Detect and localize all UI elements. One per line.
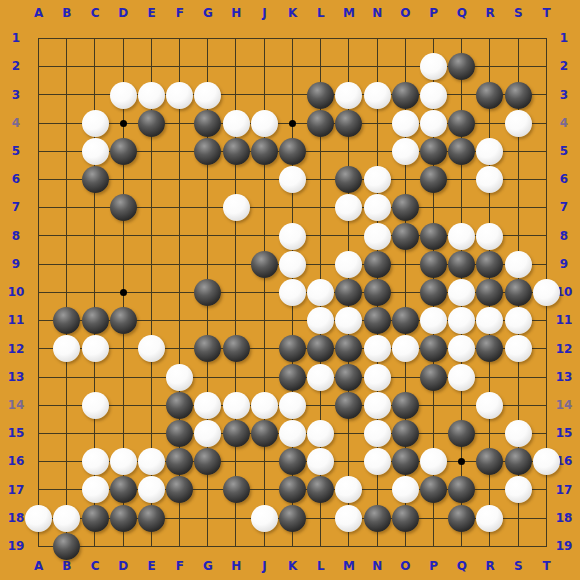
cell-T13[interactable] — [532, 363, 560, 391]
cell-S5[interactable] — [504, 137, 532, 165]
cell-A11[interactable] — [25, 307, 53, 335]
cell-N6[interactable] — [363, 166, 391, 194]
cell-D15[interactable] — [109, 419, 137, 447]
cell-G3[interactable] — [194, 81, 222, 109]
cell-K10[interactable] — [278, 278, 306, 306]
cell-R8[interactable] — [476, 222, 504, 250]
cell-T7[interactable] — [532, 194, 560, 222]
cell-A5[interactable] — [25, 137, 53, 165]
cell-G11[interactable] — [194, 307, 222, 335]
cell-N7[interactable] — [363, 194, 391, 222]
cell-H1[interactable] — [222, 25, 250, 53]
cell-J19[interactable] — [250, 532, 278, 560]
cell-T1[interactable] — [532, 25, 560, 53]
cell-K1[interactable] — [278, 25, 306, 53]
cell-C5[interactable] — [81, 137, 109, 165]
cell-Q16[interactable] — [448, 448, 476, 476]
cell-Q12[interactable] — [448, 335, 476, 363]
cell-A13[interactable] — [25, 363, 53, 391]
cell-L11[interactable] — [307, 307, 335, 335]
cell-M6[interactable] — [335, 166, 363, 194]
cell-P13[interactable] — [419, 363, 447, 391]
cell-S11[interactable] — [504, 307, 532, 335]
cell-D7[interactable] — [109, 194, 137, 222]
cell-P7[interactable] — [419, 194, 447, 222]
cell-R7[interactable] — [476, 194, 504, 222]
cell-F13[interactable] — [166, 363, 194, 391]
cell-L8[interactable] — [307, 222, 335, 250]
cell-G13[interactable] — [194, 363, 222, 391]
cell-H13[interactable] — [222, 363, 250, 391]
cell-G4[interactable] — [194, 109, 222, 137]
cell-F18[interactable] — [166, 504, 194, 532]
cell-R1[interactable] — [476, 25, 504, 53]
cell-S4[interactable] — [504, 109, 532, 137]
cell-O9[interactable] — [391, 250, 419, 278]
cell-O19[interactable] — [391, 532, 419, 560]
cell-K12[interactable] — [278, 335, 306, 363]
cell-N13[interactable] — [363, 363, 391, 391]
cell-B17[interactable] — [53, 476, 81, 504]
cell-G2[interactable] — [194, 53, 222, 81]
cell-N3[interactable] — [363, 81, 391, 109]
cell-R18[interactable] — [476, 504, 504, 532]
cell-B5[interactable] — [53, 137, 81, 165]
cell-L17[interactable] — [307, 476, 335, 504]
cell-G15[interactable] — [194, 419, 222, 447]
cell-S9[interactable] — [504, 250, 532, 278]
cell-M5[interactable] — [335, 137, 363, 165]
cell-F19[interactable] — [166, 532, 194, 560]
cell-N1[interactable] — [363, 25, 391, 53]
cell-F5[interactable] — [166, 137, 194, 165]
cell-A17[interactable] — [25, 476, 53, 504]
cell-C8[interactable] — [81, 222, 109, 250]
cell-S3[interactable] — [504, 81, 532, 109]
cell-P19[interactable] — [419, 532, 447, 560]
cell-H19[interactable] — [222, 532, 250, 560]
cell-A14[interactable] — [25, 391, 53, 419]
cell-L12[interactable] — [307, 335, 335, 363]
cell-A10[interactable] — [25, 278, 53, 306]
cell-N14[interactable] — [363, 391, 391, 419]
cell-J10[interactable] — [250, 278, 278, 306]
cell-O2[interactable] — [391, 53, 419, 81]
cell-G5[interactable] — [194, 137, 222, 165]
cell-M7[interactable] — [335, 194, 363, 222]
cell-M16[interactable] — [335, 448, 363, 476]
cell-P1[interactable] — [419, 25, 447, 53]
cell-B13[interactable] — [53, 363, 81, 391]
cell-C3[interactable] — [81, 81, 109, 109]
cell-K18[interactable] — [278, 504, 306, 532]
cell-Q2[interactable] — [448, 53, 476, 81]
cell-O17[interactable] — [391, 476, 419, 504]
cell-D5[interactable] — [109, 137, 137, 165]
cell-M18[interactable] — [335, 504, 363, 532]
cell-T15[interactable] — [532, 419, 560, 447]
cell-G14[interactable] — [194, 391, 222, 419]
cell-C19[interactable] — [81, 532, 109, 560]
cell-D14[interactable] — [109, 391, 137, 419]
cell-B2[interactable] — [53, 53, 81, 81]
cell-R14[interactable] — [476, 391, 504, 419]
cell-C4[interactable] — [81, 109, 109, 137]
cell-G9[interactable] — [194, 250, 222, 278]
cell-E5[interactable] — [137, 137, 165, 165]
cell-L1[interactable] — [307, 25, 335, 53]
cell-H7[interactable] — [222, 194, 250, 222]
cell-O12[interactable] — [391, 335, 419, 363]
cell-D12[interactable] — [109, 335, 137, 363]
cell-B6[interactable] — [53, 166, 81, 194]
cell-T9[interactable] — [532, 250, 560, 278]
cell-N18[interactable] — [363, 504, 391, 532]
cell-A19[interactable] — [25, 532, 53, 560]
cell-R10[interactable] — [476, 278, 504, 306]
cell-S18[interactable] — [504, 504, 532, 532]
cell-O15[interactable] — [391, 419, 419, 447]
cell-M14[interactable] — [335, 391, 363, 419]
cell-K15[interactable] — [278, 419, 306, 447]
cell-O14[interactable] — [391, 391, 419, 419]
cell-G19[interactable] — [194, 532, 222, 560]
cell-B15[interactable] — [53, 419, 81, 447]
cell-B16[interactable] — [53, 448, 81, 476]
cell-E9[interactable] — [137, 250, 165, 278]
cell-J18[interactable] — [250, 504, 278, 532]
cell-L6[interactable] — [307, 166, 335, 194]
cell-H3[interactable] — [222, 81, 250, 109]
cell-O5[interactable] — [391, 137, 419, 165]
cell-M2[interactable] — [335, 53, 363, 81]
cell-A6[interactable] — [25, 166, 53, 194]
cell-R6[interactable] — [476, 166, 504, 194]
cell-S14[interactable] — [504, 391, 532, 419]
cell-N8[interactable] — [363, 222, 391, 250]
cell-S13[interactable] — [504, 363, 532, 391]
cell-O8[interactable] — [391, 222, 419, 250]
cell-A18[interactable] — [25, 504, 53, 532]
cell-H5[interactable] — [222, 137, 250, 165]
cell-D11[interactable] — [109, 307, 137, 335]
cell-K4[interactable] — [278, 109, 306, 137]
cell-M3[interactable] — [335, 81, 363, 109]
cell-G18[interactable] — [194, 504, 222, 532]
cell-H14[interactable] — [222, 391, 250, 419]
cell-E10[interactable] — [137, 278, 165, 306]
cell-L7[interactable] — [307, 194, 335, 222]
cell-O13[interactable] — [391, 363, 419, 391]
cell-M4[interactable] — [335, 109, 363, 137]
cell-K11[interactable] — [278, 307, 306, 335]
cell-J14[interactable] — [250, 391, 278, 419]
cell-J3[interactable] — [250, 81, 278, 109]
cell-J13[interactable] — [250, 363, 278, 391]
cell-N16[interactable] — [363, 448, 391, 476]
cell-B19[interactable] — [53, 532, 81, 560]
cell-Q4[interactable] — [448, 109, 476, 137]
cell-B12[interactable] — [53, 335, 81, 363]
cell-F14[interactable] — [166, 391, 194, 419]
cell-O3[interactable] — [391, 81, 419, 109]
cell-A1[interactable] — [25, 25, 53, 53]
cell-Q17[interactable] — [448, 476, 476, 504]
cell-T2[interactable] — [532, 53, 560, 81]
cell-B9[interactable] — [53, 250, 81, 278]
cell-C6[interactable] — [81, 166, 109, 194]
cell-C16[interactable] — [81, 448, 109, 476]
cell-K5[interactable] — [278, 137, 306, 165]
cell-Q1[interactable] — [448, 25, 476, 53]
cell-D9[interactable] — [109, 250, 137, 278]
cell-O7[interactable] — [391, 194, 419, 222]
cell-N10[interactable] — [363, 278, 391, 306]
cell-D18[interactable] — [109, 504, 137, 532]
cell-F10[interactable] — [166, 278, 194, 306]
cell-D19[interactable] — [109, 532, 137, 560]
cell-P14[interactable] — [419, 391, 447, 419]
cell-H17[interactable] — [222, 476, 250, 504]
cell-L10[interactable] — [307, 278, 335, 306]
cell-C14[interactable] — [81, 391, 109, 419]
cell-T19[interactable] — [532, 532, 560, 560]
cell-M12[interactable] — [335, 335, 363, 363]
cell-S1[interactable] — [504, 25, 532, 53]
cell-L16[interactable] — [307, 448, 335, 476]
cell-H11[interactable] — [222, 307, 250, 335]
cell-K6[interactable] — [278, 166, 306, 194]
cell-R11[interactable] — [476, 307, 504, 335]
cell-Q14[interactable] — [448, 391, 476, 419]
cell-F16[interactable] — [166, 448, 194, 476]
cell-F6[interactable] — [166, 166, 194, 194]
cell-E3[interactable] — [137, 81, 165, 109]
cell-E4[interactable] — [137, 109, 165, 137]
cell-P18[interactable] — [419, 504, 447, 532]
cell-E12[interactable] — [137, 335, 165, 363]
cell-A2[interactable] — [25, 53, 53, 81]
cell-D6[interactable] — [109, 166, 137, 194]
cell-M8[interactable] — [335, 222, 363, 250]
cell-B11[interactable] — [53, 307, 81, 335]
cell-Q5[interactable] — [448, 137, 476, 165]
cell-Q9[interactable] — [448, 250, 476, 278]
cell-A16[interactable] — [25, 448, 53, 476]
cell-D2[interactable] — [109, 53, 137, 81]
cell-H12[interactable] — [222, 335, 250, 363]
cell-A8[interactable] — [25, 222, 53, 250]
cell-A4[interactable] — [25, 109, 53, 137]
cell-P3[interactable] — [419, 81, 447, 109]
cell-T8[interactable] — [532, 222, 560, 250]
cell-E17[interactable] — [137, 476, 165, 504]
cell-N12[interactable] — [363, 335, 391, 363]
cell-G8[interactable] — [194, 222, 222, 250]
cell-R17[interactable] — [476, 476, 504, 504]
cell-P5[interactable] — [419, 137, 447, 165]
cell-Q11[interactable] — [448, 307, 476, 335]
cell-R3[interactable] — [476, 81, 504, 109]
cell-K8[interactable] — [278, 222, 306, 250]
cell-K17[interactable] — [278, 476, 306, 504]
cell-F11[interactable] — [166, 307, 194, 335]
cell-G12[interactable] — [194, 335, 222, 363]
cell-B7[interactable] — [53, 194, 81, 222]
cell-G17[interactable] — [194, 476, 222, 504]
cell-P11[interactable] — [419, 307, 447, 335]
cell-E7[interactable] — [137, 194, 165, 222]
cell-N19[interactable] — [363, 532, 391, 560]
cell-J16[interactable] — [250, 448, 278, 476]
cell-H8[interactable] — [222, 222, 250, 250]
cell-H15[interactable] — [222, 419, 250, 447]
cell-T5[interactable] — [532, 137, 560, 165]
cell-G16[interactable] — [194, 448, 222, 476]
cell-T18[interactable] — [532, 504, 560, 532]
cell-S6[interactable] — [504, 166, 532, 194]
cell-S7[interactable] — [504, 194, 532, 222]
cell-T10[interactable] — [532, 278, 560, 306]
cell-J4[interactable] — [250, 109, 278, 137]
cell-O1[interactable] — [391, 25, 419, 53]
cell-L19[interactable] — [307, 532, 335, 560]
cell-M1[interactable] — [335, 25, 363, 53]
cell-P16[interactable] — [419, 448, 447, 476]
cell-F17[interactable] — [166, 476, 194, 504]
cell-J6[interactable] — [250, 166, 278, 194]
cell-N4[interactable] — [363, 109, 391, 137]
cell-K9[interactable] — [278, 250, 306, 278]
cell-F7[interactable] — [166, 194, 194, 222]
cell-L5[interactable] — [307, 137, 335, 165]
cell-C12[interactable] — [81, 335, 109, 363]
cell-H9[interactable] — [222, 250, 250, 278]
cell-R13[interactable] — [476, 363, 504, 391]
cell-K16[interactable] — [278, 448, 306, 476]
cell-E19[interactable] — [137, 532, 165, 560]
cell-S17[interactable] — [504, 476, 532, 504]
cell-Q13[interactable] — [448, 363, 476, 391]
cell-A12[interactable] — [25, 335, 53, 363]
cell-J1[interactable] — [250, 25, 278, 53]
cell-R4[interactable] — [476, 109, 504, 137]
cell-E13[interactable] — [137, 363, 165, 391]
cell-K3[interactable] — [278, 81, 306, 109]
cell-C9[interactable] — [81, 250, 109, 278]
cell-E6[interactable] — [137, 166, 165, 194]
cell-D3[interactable] — [109, 81, 137, 109]
cell-E18[interactable] — [137, 504, 165, 532]
cell-S10[interactable] — [504, 278, 532, 306]
cell-N9[interactable] — [363, 250, 391, 278]
cell-H2[interactable] — [222, 53, 250, 81]
cell-G7[interactable] — [194, 194, 222, 222]
cell-G10[interactable] — [194, 278, 222, 306]
cell-T3[interactable] — [532, 81, 560, 109]
cell-T6[interactable] — [532, 166, 560, 194]
cell-C11[interactable] — [81, 307, 109, 335]
cell-L15[interactable] — [307, 419, 335, 447]
cell-R15[interactable] — [476, 419, 504, 447]
cell-D1[interactable] — [109, 25, 137, 53]
cell-D8[interactable] — [109, 222, 137, 250]
cell-E2[interactable] — [137, 53, 165, 81]
cell-K13[interactable] — [278, 363, 306, 391]
cell-M13[interactable] — [335, 363, 363, 391]
cell-E16[interactable] — [137, 448, 165, 476]
cell-Q7[interactable] — [448, 194, 476, 222]
cell-F12[interactable] — [166, 335, 194, 363]
cell-O10[interactable] — [391, 278, 419, 306]
cell-J8[interactable] — [250, 222, 278, 250]
cell-K14[interactable] — [278, 391, 306, 419]
cell-P6[interactable] — [419, 166, 447, 194]
cell-N15[interactable] — [363, 419, 391, 447]
cell-H4[interactable] — [222, 109, 250, 137]
cell-N5[interactable] — [363, 137, 391, 165]
cell-S15[interactable] — [504, 419, 532, 447]
cell-P8[interactable] — [419, 222, 447, 250]
cell-H10[interactable] — [222, 278, 250, 306]
cell-J11[interactable] — [250, 307, 278, 335]
cell-R12[interactable] — [476, 335, 504, 363]
cell-M19[interactable] — [335, 532, 363, 560]
cell-T16[interactable] — [532, 448, 560, 476]
cell-E15[interactable] — [137, 419, 165, 447]
cell-T17[interactable] — [532, 476, 560, 504]
cell-H18[interactable] — [222, 504, 250, 532]
cell-S12[interactable] — [504, 335, 532, 363]
cell-K19[interactable] — [278, 532, 306, 560]
cell-F2[interactable] — [166, 53, 194, 81]
cell-F8[interactable] — [166, 222, 194, 250]
cell-L2[interactable] — [307, 53, 335, 81]
cell-G1[interactable] — [194, 25, 222, 53]
cell-R9[interactable] — [476, 250, 504, 278]
cell-Q3[interactable] — [448, 81, 476, 109]
cell-S19[interactable] — [504, 532, 532, 560]
cell-F9[interactable] — [166, 250, 194, 278]
cell-R19[interactable] — [476, 532, 504, 560]
cell-B8[interactable] — [53, 222, 81, 250]
cell-N17[interactable] — [363, 476, 391, 504]
cell-D16[interactable] — [109, 448, 137, 476]
cell-J9[interactable] — [250, 250, 278, 278]
cell-C1[interactable] — [81, 25, 109, 53]
cell-J2[interactable] — [250, 53, 278, 81]
cell-B3[interactable] — [53, 81, 81, 109]
cell-P15[interactable] — [419, 419, 447, 447]
cell-P12[interactable] — [419, 335, 447, 363]
cell-P17[interactable] — [419, 476, 447, 504]
cell-M11[interactable] — [335, 307, 363, 335]
cell-R2[interactable] — [476, 53, 504, 81]
cell-D4[interactable] — [109, 109, 137, 137]
cell-D10[interactable] — [109, 278, 137, 306]
cell-P2[interactable] — [419, 53, 447, 81]
cell-B10[interactable] — [53, 278, 81, 306]
cell-S8[interactable] — [504, 222, 532, 250]
cell-D13[interactable] — [109, 363, 137, 391]
cell-O4[interactable] — [391, 109, 419, 137]
cell-B14[interactable] — [53, 391, 81, 419]
cell-F1[interactable] — [166, 25, 194, 53]
cell-M9[interactable] — [335, 250, 363, 278]
cell-A3[interactable] — [25, 81, 53, 109]
cell-S16[interactable] — [504, 448, 532, 476]
cell-B18[interactable] — [53, 504, 81, 532]
